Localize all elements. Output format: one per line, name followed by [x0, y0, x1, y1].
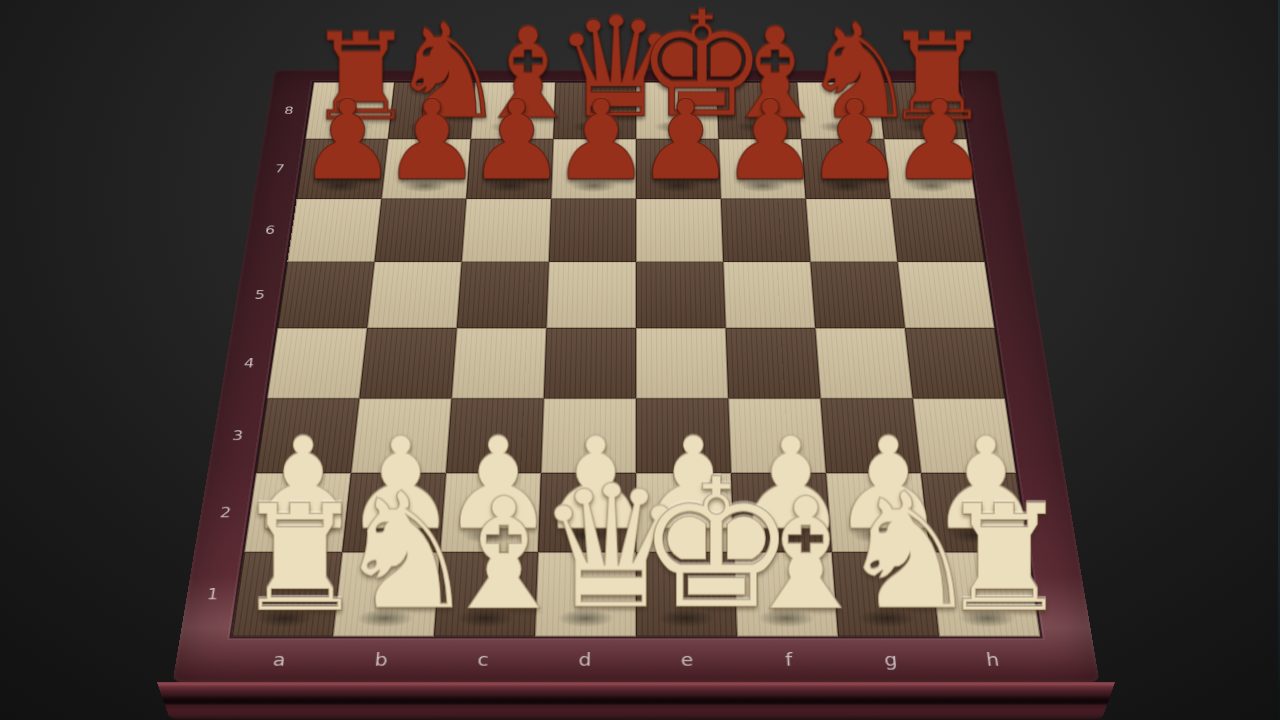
- piece-black-pawn[interactable]: ♟: [551, 91, 636, 191]
- square-h6[interactable]: [891, 199, 985, 262]
- board-box-front: [157, 682, 1116, 720]
- square-h7[interactable]: ♟: [884, 139, 975, 199]
- piece-black-pawn[interactable]: ♟: [636, 91, 721, 191]
- rank-label-6: 6: [243, 199, 297, 262]
- file-label-c: c: [431, 636, 535, 681]
- square-g7[interactable]: ♟: [801, 139, 890, 199]
- piece-white-rook[interactable]: ♜: [938, 492, 1039, 625]
- square-c6[interactable]: [462, 199, 552, 262]
- square-f7[interactable]: ♟: [719, 139, 806, 199]
- square-g6[interactable]: [806, 199, 898, 262]
- piece-white-bishop[interactable]: ♝: [435, 486, 536, 625]
- piece-black-pawn[interactable]: ♟: [805, 91, 890, 191]
- rank-label-8: 8: [263, 82, 314, 139]
- square-f6[interactable]: [721, 199, 811, 262]
- chess-board: ♜♞♝♛♚♝♞♜♟♟♟♟♟♟♟♟♟♟♟♟♟♟♟♟♜♞♝♛♚♝♞♜: [232, 82, 1040, 636]
- square-f4[interactable]: [726, 328, 821, 398]
- square-h5[interactable]: [898, 262, 995, 329]
- square-e4[interactable]: [636, 328, 728, 398]
- square-a1[interactable]: ♜: [232, 552, 342, 636]
- chess-board-frame: ♜♞♝♛♚♝♞♜♟♟♟♟♟♟♟♟♟♟♟♟♟♟♟♟♜♞♝♛♚♝♞♜ 8765432…: [173, 70, 1100, 681]
- file-label-g: g: [838, 636, 944, 681]
- square-d6[interactable]: [549, 199, 636, 262]
- square-g4[interactable]: [815, 328, 912, 398]
- square-a7[interactable]: ♟: [297, 139, 388, 199]
- piece-white-bishop[interactable]: ♝: [737, 486, 838, 625]
- square-f1[interactable]: ♝: [734, 552, 838, 636]
- square-c7[interactable]: ♟: [466, 139, 553, 199]
- piece-black-pawn[interactable]: ♟: [890, 91, 975, 191]
- square-c5[interactable]: [457, 262, 549, 329]
- square-c4[interactable]: [452, 328, 547, 398]
- chess-scene: ♜♞♝♛♚♝♞♜♟♟♟♟♟♟♟♟♟♟♟♟♟♟♟♟♜♞♝♛♚♝♞♜ 8765432…: [230, 0, 1042, 720]
- piece-black-pawn[interactable]: ♟: [382, 91, 467, 191]
- square-b7[interactable]: ♟: [381, 139, 470, 199]
- square-e6[interactable]: [636, 199, 723, 262]
- square-a5[interactable]: [277, 262, 374, 329]
- square-b4[interactable]: [359, 328, 456, 398]
- piece-black-pawn[interactable]: ♟: [721, 91, 806, 191]
- square-b6[interactable]: [374, 199, 466, 262]
- square-a6[interactable]: [287, 199, 381, 262]
- square-e5[interactable]: [636, 262, 726, 329]
- square-b5[interactable]: [367, 262, 462, 329]
- piece-black-pawn[interactable]: ♟: [467, 91, 552, 191]
- rank-label-7: 7: [253, 139, 305, 199]
- piece-white-king[interactable]: ♚: [636, 464, 737, 625]
- square-g5[interactable]: [810, 262, 905, 329]
- square-a4[interactable]: [267, 328, 367, 398]
- square-d7[interactable]: ♟: [551, 139, 636, 199]
- square-e1[interactable]: ♚: [636, 552, 737, 636]
- square-c1[interactable]: ♝: [434, 552, 538, 636]
- file-label-h: h: [939, 636, 1047, 681]
- file-label-e: e: [636, 636, 739, 681]
- square-e7[interactable]: ♟: [636, 139, 721, 199]
- file-label-a: a: [225, 636, 333, 681]
- file-label-f: f: [737, 636, 841, 681]
- square-d5[interactable]: [546, 262, 636, 329]
- file-label-b: b: [328, 636, 434, 681]
- square-h4[interactable]: [905, 328, 1005, 398]
- file-label-d: d: [533, 636, 636, 681]
- piece-white-rook[interactable]: ♜: [234, 492, 335, 625]
- piece-black-pawn[interactable]: ♟: [298, 91, 383, 191]
- square-h1[interactable]: ♜: [930, 552, 1040, 636]
- square-d4[interactable]: [544, 328, 636, 398]
- square-f5[interactable]: [723, 262, 815, 329]
